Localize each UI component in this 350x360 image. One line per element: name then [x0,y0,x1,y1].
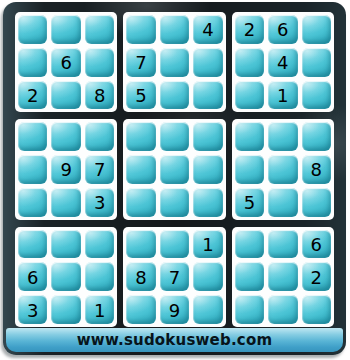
sudoku-page: 628475264197385631187962 www.sudokusweb.… [0,0,350,360]
sudoku-cell[interactable]: 2 [302,262,331,291]
sudoku-box: 62 [232,227,334,327]
sudoku-cell[interactable]: 3 [85,188,114,217]
sudoku-cell[interactable] [51,81,80,110]
sudoku-cell[interactable] [126,15,155,44]
sudoku-cell[interactable] [193,81,222,110]
sudoku-cell[interactable] [235,81,264,110]
sudoku-cell[interactable] [302,15,331,44]
sudoku-box: 631 [15,227,117,327]
sudoku-cell[interactable] [268,188,297,217]
sudoku-board: 628475264197385631187962 [15,12,334,327]
sudoku-cell[interactable]: 6 [268,15,297,44]
sudoku-cell[interactable]: 7 [85,155,114,184]
sudoku-cell[interactable] [51,230,80,259]
sudoku-cell[interactable]: 8 [126,262,155,291]
sudoku-cell[interactable] [18,188,47,217]
site-footer: www.sudokusweb.com [6,328,343,352]
cell-digit: 5 [135,87,146,105]
cell-digit: 5 [244,194,255,212]
sudoku-box: 1879 [123,227,225,327]
sudoku-cell[interactable] [51,188,80,217]
sudoku-cell[interactable]: 4 [268,48,297,77]
cell-digit: 8 [94,87,105,105]
sudoku-cell[interactable]: 7 [160,262,189,291]
sudoku-cell[interactable] [302,81,331,110]
sudoku-cell[interactable] [126,295,155,324]
sudoku-cell[interactable] [51,262,80,291]
sudoku-cell[interactable] [85,122,114,151]
sudoku-cell[interactable] [85,48,114,77]
sudoku-cell[interactable]: 6 [302,230,331,259]
sudoku-cell[interactable]: 1 [85,295,114,324]
sudoku-cell[interactable] [160,122,189,151]
board-frame: 628475264197385631187962 www.sudokusweb.… [3,2,346,355]
sudoku-box: 628 [15,12,117,112]
sudoku-box: 85 [232,119,334,219]
sudoku-cell[interactable] [235,295,264,324]
sudoku-cell[interactable]: 7 [126,48,155,77]
sudoku-cell[interactable] [302,48,331,77]
sudoku-cell[interactable] [268,262,297,291]
cell-digit: 9 [169,302,180,320]
sudoku-cell[interactable] [193,188,222,217]
site-url[interactable]: www.sudokusweb.com [77,331,272,349]
sudoku-cell[interactable] [235,122,264,151]
sudoku-cell[interactable]: 4 [193,15,222,44]
sudoku-box: 2641 [232,12,334,112]
cell-digit: 8 [135,269,146,287]
cell-digit: 4 [202,21,213,39]
sudoku-cell[interactable] [51,15,80,44]
sudoku-cell[interactable] [85,262,114,291]
sudoku-cell[interactable] [126,122,155,151]
sudoku-cell[interactable] [18,15,47,44]
sudoku-cell[interactable] [18,230,47,259]
cell-digit: 8 [311,161,322,179]
sudoku-box [123,119,225,219]
sudoku-cell[interactable] [193,48,222,77]
cell-digit: 7 [169,269,180,287]
sudoku-cell[interactable] [160,230,189,259]
cell-digit: 4 [277,54,288,72]
sudoku-cell[interactable] [160,48,189,77]
sudoku-cell[interactable] [268,295,297,324]
sudoku-cell[interactable]: 9 [160,295,189,324]
sudoku-cell[interactable]: 8 [85,81,114,110]
sudoku-cell[interactable] [126,155,155,184]
sudoku-cell[interactable] [235,230,264,259]
cell-digit: 6 [27,269,38,287]
sudoku-cell[interactable] [160,15,189,44]
sudoku-cell[interactable] [18,122,47,151]
sudoku-cell[interactable] [193,155,222,184]
cell-digit: 6 [277,21,288,39]
sudoku-cell[interactable] [18,48,47,77]
sudoku-cell[interactable] [235,155,264,184]
cell-digit: 1 [277,87,288,105]
sudoku-cell[interactable]: 5 [235,188,264,217]
sudoku-cell[interactable]: 6 [18,262,47,291]
sudoku-cell[interactable] [268,155,297,184]
sudoku-cell[interactable] [160,188,189,217]
cell-digit: 7 [94,161,105,179]
sudoku-box: 973 [15,119,117,219]
sudoku-cell[interactable] [51,295,80,324]
sudoku-cell[interactable] [268,122,297,151]
cell-digit: 1 [94,302,105,320]
sudoku-cell[interactable] [85,15,114,44]
sudoku-cell[interactable] [302,188,331,217]
sudoku-cell[interactable]: 2 [18,81,47,110]
cell-digit: 2 [27,87,38,105]
cell-digit: 2 [244,21,255,39]
sudoku-cell[interactable] [235,48,264,77]
sudoku-box: 475 [123,12,225,112]
sudoku-cell[interactable] [51,122,80,151]
sudoku-cell[interactable]: 2 [235,15,264,44]
sudoku-cell[interactable]: 8 [302,155,331,184]
sudoku-cell[interactable] [126,188,155,217]
cell-digit: 6 [60,54,71,72]
sudoku-cell[interactable] [193,122,222,151]
cell-digit: 6 [311,236,322,254]
sudoku-cell[interactable]: 3 [18,295,47,324]
sudoku-cell[interactable] [126,230,155,259]
sudoku-cell[interactable] [302,122,331,151]
cell-digit: 7 [135,54,146,72]
cell-digit: 3 [27,302,38,320]
sudoku-cell[interactable]: 9 [51,155,80,184]
sudoku-cell[interactable]: 6 [51,48,80,77]
sudoku-cell[interactable] [160,81,189,110]
sudoku-cell[interactable] [268,230,297,259]
sudoku-cell[interactable] [85,230,114,259]
sudoku-cell[interactable] [18,155,47,184]
sudoku-cell[interactable] [193,262,222,291]
sudoku-cell[interactable] [235,262,264,291]
sudoku-cell[interactable] [302,295,331,324]
cell-digit: 2 [311,269,322,287]
sudoku-cell[interactable]: 1 [268,81,297,110]
sudoku-cell[interactable]: 5 [126,81,155,110]
sudoku-cell[interactable]: 1 [193,230,222,259]
cell-digit: 3 [94,194,105,212]
sudoku-cell[interactable] [193,295,222,324]
cell-digit: 1 [202,236,213,254]
cell-digit: 9 [60,161,71,179]
sudoku-cell[interactable] [160,155,189,184]
